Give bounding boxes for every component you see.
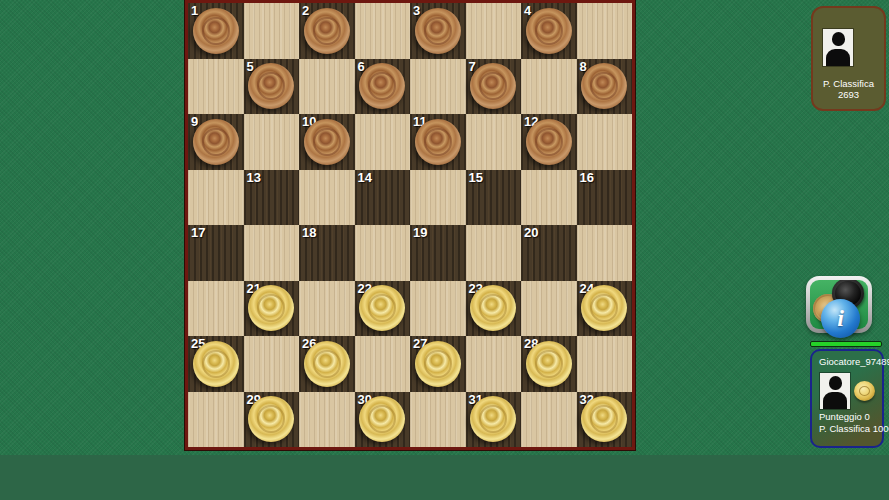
square-number: 18 <box>302 226 316 240</box>
board-square[interactable]: 32 <box>577 392 633 448</box>
player-rating-label: P. Classifica 1000 <box>819 423 889 434</box>
board-square <box>299 170 355 226</box>
board-grid: 1234567891011121314151617181920212223242… <box>188 3 632 447</box>
board-square <box>244 225 300 281</box>
board-square <box>466 225 522 281</box>
board-square <box>355 336 411 392</box>
board-square <box>244 3 300 59</box>
light-piece[interactable] <box>248 285 294 331</box>
board-square <box>466 3 522 59</box>
player-score-label: Punteggio 0 <box>819 411 870 422</box>
board-square[interactable]: 3 <box>410 3 466 59</box>
board-square[interactable]: 13 <box>244 170 300 226</box>
board-square[interactable]: 24 <box>577 281 633 337</box>
board-square[interactable]: 16 <box>577 170 633 226</box>
board-square[interactable]: 23 <box>466 281 522 337</box>
board-square <box>355 114 411 170</box>
light-piece[interactable] <box>304 341 350 387</box>
dark-piece[interactable] <box>248 63 294 109</box>
board-square[interactable]: 26 <box>299 336 355 392</box>
board-square[interactable]: 17 <box>188 225 244 281</box>
dark-piece[interactable] <box>304 8 350 54</box>
board-square <box>521 392 577 448</box>
board-square <box>410 281 466 337</box>
player-name: Giocatore_97489 <box>819 356 889 367</box>
board-square <box>410 392 466 448</box>
info-icon[interactable]: i <box>821 299 860 338</box>
board-square <box>577 336 633 392</box>
light-piece[interactable] <box>470 285 516 331</box>
light-piece[interactable] <box>415 341 461 387</box>
dark-piece[interactable] <box>526 8 572 54</box>
board-square[interactable]: 29 <box>244 392 300 448</box>
board-square[interactable]: 30 <box>355 392 411 448</box>
square-number: 17 <box>191 226 205 240</box>
board-square <box>577 3 633 59</box>
light-piece[interactable] <box>359 396 405 442</box>
square-number: 16 <box>580 171 594 185</box>
square-number: 13 <box>247 171 261 185</box>
board-square[interactable]: 14 <box>355 170 411 226</box>
opponent-rating-label: P. Classifica 2693 <box>813 78 884 100</box>
board-square <box>466 114 522 170</box>
board-square[interactable]: 4 <box>521 3 577 59</box>
board-square[interactable]: 27 <box>410 336 466 392</box>
square-number: 19 <box>413 226 427 240</box>
board-square <box>410 170 466 226</box>
player-avatar <box>820 373 850 409</box>
dark-piece[interactable] <box>304 119 350 165</box>
board-square[interactable]: 7 <box>466 59 522 115</box>
board-square <box>299 59 355 115</box>
checkers-board: 1234567891011121314151617181920212223242… <box>185 0 635 450</box>
board-square[interactable]: 2 <box>299 3 355 59</box>
board-square <box>188 281 244 337</box>
board-square <box>188 59 244 115</box>
square-number: 20 <box>524 226 538 240</box>
square-number: 15 <box>469 171 483 185</box>
board-square[interactable]: 6 <box>355 59 411 115</box>
opponent-panel: P. Classifica 2693 <box>811 6 886 111</box>
board-square[interactable]: 10 <box>299 114 355 170</box>
dark-piece[interactable] <box>415 119 461 165</box>
light-piece[interactable] <box>193 341 239 387</box>
light-piece[interactable] <box>470 396 516 442</box>
board-square <box>577 225 633 281</box>
board-square[interactable]: 8 <box>577 59 633 115</box>
turn-timer-bar <box>810 341 882 347</box>
info-letter: i <box>837 306 844 330</box>
board-square[interactable]: 21 <box>244 281 300 337</box>
square-number: 14 <box>358 171 372 185</box>
dark-piece[interactable] <box>359 63 405 109</box>
board-square[interactable]: 19 <box>410 225 466 281</box>
board-square <box>521 170 577 226</box>
board-square <box>355 3 411 59</box>
board-square[interactable]: 9 <box>188 114 244 170</box>
board-square <box>188 392 244 448</box>
board-square[interactable]: 25 <box>188 336 244 392</box>
board-square <box>410 59 466 115</box>
board-square[interactable]: 1 <box>188 3 244 59</box>
opponent-avatar <box>823 29 853 66</box>
dark-piece[interactable] <box>193 8 239 54</box>
dark-piece[interactable] <box>193 119 239 165</box>
board-square <box>577 114 633 170</box>
bottom-strip <box>0 455 889 500</box>
board-square[interactable]: 28 <box>521 336 577 392</box>
dark-piece[interactable] <box>415 8 461 54</box>
board-square[interactable]: 31 <box>466 392 522 448</box>
board-square <box>244 336 300 392</box>
light-piece[interactable] <box>581 396 627 442</box>
dark-piece[interactable] <box>526 119 572 165</box>
checkers-app-icon[interactable]: i <box>806 274 876 340</box>
player-color-coin <box>854 381 875 401</box>
board-square[interactable]: 15 <box>466 170 522 226</box>
light-piece[interactable] <box>248 396 294 442</box>
board-square <box>355 225 411 281</box>
dark-piece[interactable] <box>581 63 627 109</box>
player-panel: Giocatore_97489 Punteggio 0 P. Classific… <box>810 349 884 448</box>
light-piece[interactable] <box>526 341 572 387</box>
board-square <box>521 59 577 115</box>
light-piece[interactable] <box>581 285 627 331</box>
board-square[interactable]: 11 <box>410 114 466 170</box>
board-square <box>466 336 522 392</box>
board-square[interactable]: 12 <box>521 114 577 170</box>
board-square <box>299 392 355 448</box>
board-square[interactable]: 20 <box>521 225 577 281</box>
light-piece[interactable] <box>359 285 405 331</box>
dark-piece[interactable] <box>470 63 516 109</box>
board-square <box>521 281 577 337</box>
board-square <box>188 170 244 226</box>
board-square[interactable]: 22 <box>355 281 411 337</box>
board-square[interactable]: 18 <box>299 225 355 281</box>
board-square[interactable]: 5 <box>244 59 300 115</box>
board-square <box>244 114 300 170</box>
board-square <box>299 281 355 337</box>
